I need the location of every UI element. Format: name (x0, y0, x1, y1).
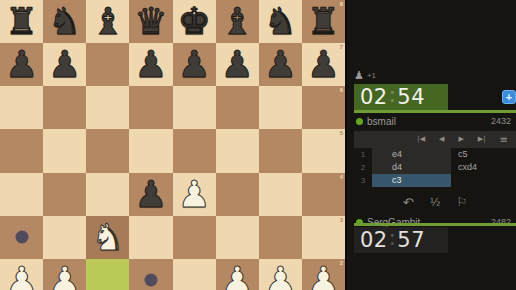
black-pawn-h7[interactable]: ♟ (302, 43, 345, 86)
move-row: 2 d4 cxd4 (354, 161, 516, 174)
square-g7[interactable]: ♟ (259, 43, 302, 86)
rank-label-8: 8 (340, 1, 343, 7)
square-c2[interactable] (86, 259, 129, 290)
clock-top-seconds: 54 (397, 85, 425, 109)
move-row: 3 c3 (354, 174, 516, 187)
move-dest-dot-d2[interactable] (144, 274, 157, 287)
draw-offer-icon[interactable]: ½ (430, 197, 441, 208)
square-a7[interactable]: ♟ (0, 43, 43, 86)
move-number: 2 (354, 163, 372, 172)
square-f6[interactable] (216, 86, 259, 129)
last-move-icon[interactable]: ▶| (478, 136, 486, 143)
takeback-icon[interactable]: ↶ (403, 196, 414, 209)
black-pawn-b7[interactable]: ♟ (43, 43, 86, 86)
square-b5[interactable] (43, 129, 86, 172)
rank-label-2: 2 (340, 260, 343, 266)
square-e7[interactable]: ♟ (173, 43, 216, 86)
white-pawn-g2[interactable]: ♟ (259, 259, 302, 290)
clock-bottom: 02 : 57 (354, 227, 448, 253)
square-f5[interactable] (216, 129, 259, 172)
white-knight-c3[interactable]: ♞ (86, 216, 129, 259)
captured-pawn-icon: ♟ (354, 70, 364, 81)
square-h6[interactable]: 6 (302, 86, 345, 129)
square-e6[interactable] (173, 86, 216, 129)
square-b6[interactable] (43, 86, 86, 129)
square-h3[interactable]: 3 (302, 216, 345, 259)
square-d8[interactable]: ♛ (129, 0, 172, 43)
square-f2[interactable]: ♟ (216, 259, 259, 290)
black-pawn-d7[interactable]: ♟ (129, 43, 172, 86)
square-g5[interactable] (259, 129, 302, 172)
white-pawn-a2[interactable]: ♟ (0, 259, 43, 290)
square-e4[interactable]: ♟ (173, 173, 216, 216)
chess-board-area: ♜♞♝♛♚♝♞♜8♟♟♟♟♟♟♟765♟♟4♞3♟♟♟♟♟2♜♝♛♚♝♞♜ (0, 0, 345, 290)
captured-material-top: ♟ +1 (354, 69, 376, 81)
square-h8[interactable]: ♜8 (302, 0, 345, 43)
clock-bottom-seconds: 57 (397, 228, 425, 252)
move-1-black[interactable]: c5 (451, 148, 516, 161)
online-indicator-icon (356, 118, 363, 125)
move-number: 1 (354, 150, 372, 159)
move-2-black[interactable]: cxd4 (451, 161, 516, 174)
black-bishop-c8[interactable]: ♝ (86, 0, 129, 43)
active-player-divider-bottom (354, 223, 516, 226)
black-rook-h8[interactable]: ♜ (302, 0, 345, 43)
square-b3[interactable] (43, 216, 86, 259)
black-pawn-g7[interactable]: ♟ (259, 43, 302, 86)
material-advantage: +1 (367, 71, 376, 80)
square-c8[interactable]: ♝ (86, 0, 129, 43)
square-g8[interactable]: ♞ (259, 0, 302, 43)
rank-label-7: 7 (340, 44, 343, 50)
black-pawn-d4[interactable]: ♟ (129, 173, 172, 216)
give-more-time-button[interactable]: + (502, 90, 516, 104)
square-f7[interactable]: ♟ (216, 43, 259, 86)
square-c4[interactable] (86, 173, 129, 216)
square-d3[interactable] (129, 216, 172, 259)
black-pawn-f7[interactable]: ♟ (216, 43, 259, 86)
chess-board: ♜♞♝♛♚♝♞♜8♟♟♟♟♟♟♟765♟♟4♞3♟♟♟♟♟2♜♝♛♚♝♞♜ (0, 0, 345, 290)
black-rook-a8[interactable]: ♜ (0, 0, 43, 43)
black-pawn-a7[interactable]: ♟ (0, 43, 43, 86)
square-e8[interactable]: ♚ (173, 0, 216, 43)
menu-icon[interactable]: ≡ (500, 135, 508, 145)
square-b8[interactable]: ♞ (43, 0, 86, 43)
square-e2[interactable] (173, 259, 216, 290)
player-top-rating: 2432 (491, 116, 511, 126)
player-top[interactable]: bsmail 2432 (354, 114, 516, 128)
clock-colon: : (389, 83, 397, 107)
player-top-name: bsmail (367, 116, 396, 127)
square-a6[interactable] (0, 86, 43, 129)
square-d7[interactable]: ♟ (129, 43, 172, 86)
rank-label-6: 6 (340, 87, 343, 93)
square-a4[interactable] (0, 173, 43, 216)
square-c3[interactable]: ♞ (86, 216, 129, 259)
move-2-white[interactable]: d4 (372, 161, 451, 174)
square-d2[interactable] (129, 259, 172, 290)
black-queen-d8[interactable]: ♛ (129, 0, 172, 43)
square-b4[interactable] (43, 173, 86, 216)
black-pawn-e7[interactable]: ♟ (173, 43, 216, 86)
square-e5[interactable] (173, 129, 216, 172)
white-pawn-b2[interactable]: ♟ (43, 259, 86, 290)
move-number: 3 (354, 176, 372, 185)
square-c6[interactable] (86, 86, 129, 129)
square-e3[interactable] (173, 216, 216, 259)
square-h2[interactable]: ♟2 (302, 259, 345, 290)
black-knight-g8[interactable]: ♞ (259, 0, 302, 43)
square-d6[interactable] (129, 86, 172, 129)
game-action-buttons: ↶ ½ ⚐ (354, 192, 516, 212)
clock-bottom-minutes: 02 (360, 228, 388, 252)
white-pawn-e4[interactable]: ♟ (173, 173, 216, 216)
square-b2[interactable]: ♟ (43, 259, 86, 290)
clock-colon: : (389, 226, 397, 250)
move-dest-dot-a3[interactable] (15, 231, 28, 244)
move-list: 1 e4 c5 2 d4 cxd4 3 c3 (354, 148, 516, 187)
square-c5[interactable] (86, 129, 129, 172)
black-king-e8[interactable]: ♚ (173, 0, 216, 43)
square-a3[interactable] (0, 216, 43, 259)
first-move-icon[interactable]: |◀ (417, 136, 425, 143)
square-f4[interactable] (216, 173, 259, 216)
square-a2[interactable]: ♟ (0, 259, 43, 290)
white-pawn-f2[interactable]: ♟ (216, 259, 259, 290)
square-g4[interactable] (259, 173, 302, 216)
move-navigation-toolbar: |◀ ◀ ▶ ▶| ≡ (354, 131, 516, 148)
move-row: 1 e4 c5 (354, 148, 516, 161)
rank-label-4: 4 (340, 174, 343, 180)
square-f3[interactable] (216, 216, 259, 259)
rank-label-3: 3 (340, 217, 343, 223)
white-pawn-h2[interactable]: ♟ (302, 259, 345, 290)
square-g2[interactable]: ♟ (259, 259, 302, 290)
move-1-white[interactable]: e4 (372, 148, 451, 161)
square-a8[interactable]: ♜ (0, 0, 43, 43)
square-a5[interactable] (0, 129, 43, 172)
square-b7[interactable]: ♟ (43, 43, 86, 86)
square-h7[interactable]: ♟7 (302, 43, 345, 86)
active-player-divider-top (354, 110, 516, 113)
square-g6[interactable] (259, 86, 302, 129)
black-knight-b8[interactable]: ♞ (43, 0, 86, 43)
square-d5[interactable] (129, 129, 172, 172)
clock-top-minutes: 02 (360, 85, 388, 109)
square-d4[interactable]: ♟ (129, 173, 172, 216)
square-h5[interactable]: 5 (302, 129, 345, 172)
square-g3[interactable] (259, 216, 302, 259)
square-c7[interactable] (86, 43, 129, 86)
next-move-icon[interactable]: ▶ (458, 136, 463, 143)
black-bishop-f8[interactable]: ♝ (216, 0, 259, 43)
square-f8[interactable]: ♝ (216, 0, 259, 43)
game-sidebar: ♟ +1 02 : 54 + bsmail 2432 |◀ ◀ ▶ ▶| ≡ 1… (345, 0, 516, 290)
square-h4[interactable]: 4 (302, 173, 345, 216)
clock-top: 02 : 54 (354, 84, 448, 110)
prev-move-icon[interactable]: ◀ (439, 136, 444, 143)
resign-flag-icon[interactable]: ⚐ (456, 196, 467, 208)
move-3-white-active[interactable]: c3 (372, 174, 451, 187)
rank-label-5: 5 (340, 130, 343, 136)
